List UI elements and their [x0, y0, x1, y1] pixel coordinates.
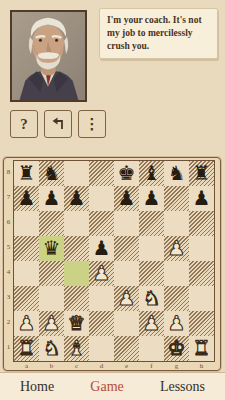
black-pawn-f7: ♟ [139, 186, 164, 211]
square-f1[interactable] [139, 336, 164, 361]
file-label-a: a [14, 362, 39, 371]
square-f5[interactable] [139, 236, 164, 261]
square-a7[interactable]: ♟ [14, 186, 39, 211]
square-g1[interactable]: ♚ [164, 336, 189, 361]
black-queen-b5: ♛ [39, 236, 64, 261]
white-pawn-b2: ♟ [39, 311, 64, 336]
file-label-c: c [64, 362, 89, 371]
square-h3[interactable] [189, 286, 214, 311]
square-f6[interactable] [139, 211, 164, 236]
black-king-e8: ♚ [114, 161, 139, 186]
square-b7[interactable]: ♟ [39, 186, 64, 211]
black-knight-b8: ♞ [39, 161, 64, 186]
help-button[interactable]: ? [10, 110, 38, 138]
square-e2[interactable] [114, 311, 139, 336]
coach-portrait [10, 10, 87, 102]
rank-label-1: 1 [4, 335, 13, 360]
square-b4[interactable] [39, 261, 64, 286]
rank-label-2: 2 [4, 310, 13, 335]
square-c8[interactable] [64, 161, 89, 186]
rank-label-6: 6 [4, 210, 13, 235]
square-a1[interactable]: ♜ [14, 336, 39, 361]
square-f4[interactable] [139, 261, 164, 286]
square-d2[interactable] [89, 311, 114, 336]
square-b6[interactable] [39, 211, 64, 236]
white-rook-h1: ♜ [189, 336, 214, 361]
black-rook-a8: ♜ [14, 161, 39, 186]
square-d3[interactable] [89, 286, 114, 311]
square-d4[interactable]: ♟ [89, 261, 114, 286]
square-g5[interactable]: ♟ [164, 236, 189, 261]
square-d7[interactable] [89, 186, 114, 211]
black-rook-h8: ♜ [189, 161, 214, 186]
square-h1[interactable]: ♜ [189, 336, 214, 361]
square-a6[interactable] [14, 211, 39, 236]
undo-button[interactable] [44, 110, 72, 138]
undo-arrow-icon [50, 116, 66, 132]
square-b3[interactable] [39, 286, 64, 311]
black-pawn-d5: ♟ [89, 236, 114, 261]
square-e4[interactable] [114, 261, 139, 286]
square-e1[interactable] [114, 336, 139, 361]
square-g6[interactable] [164, 211, 189, 236]
nav-lessons[interactable]: Lessons [160, 379, 205, 395]
square-c2[interactable]: ♛ [64, 311, 89, 336]
square-a5[interactable] [14, 236, 39, 261]
white-king-g1: ♚ [164, 336, 189, 361]
rank-label-8: 8 [4, 160, 13, 185]
white-knight-f3: ♞ [139, 286, 164, 311]
file-label-e: e [114, 362, 139, 371]
square-e3[interactable]: ♟ [114, 286, 139, 311]
white-bishop-c1: ♝ [64, 336, 89, 361]
black-pawn-e7: ♟ [114, 186, 139, 211]
file-label-h: h [189, 362, 214, 371]
nav-game[interactable]: Game [90, 379, 123, 395]
square-e7[interactable]: ♟ [114, 186, 139, 211]
black-pawn-h7: ♟ [189, 186, 214, 211]
white-pawn-e3: ♟ [114, 286, 139, 311]
black-bishop-f8: ♝ [139, 161, 164, 186]
square-d1[interactable] [89, 336, 114, 361]
black-pawn-a7: ♟ [14, 186, 39, 211]
chess-board: ♜♞♚♝♞♜♟♟♟♟♟♟♛♟♟♟♟♞♟♟♛♟♟♜♞♝♚♜ [13, 160, 215, 362]
square-c4[interactable] [64, 261, 89, 286]
square-f7[interactable]: ♟ [139, 186, 164, 211]
black-pawn-b7: ♟ [39, 186, 64, 211]
square-f2[interactable]: ♟ [139, 311, 164, 336]
black-pawn-c7: ♟ [64, 186, 89, 211]
square-h4[interactable] [189, 261, 214, 286]
square-b5[interactable]: ♛ [39, 236, 64, 261]
white-pawn-a2: ♟ [14, 311, 39, 336]
rank-label-7: 7 [4, 185, 13, 210]
square-c3[interactable] [64, 286, 89, 311]
bottom-nav: Home Game Lessons [0, 372, 225, 400]
rank-label-3: 3 [4, 285, 13, 310]
square-c5[interactable] [64, 236, 89, 261]
square-a8[interactable]: ♜ [14, 161, 39, 186]
white-pawn-g5: ♟ [164, 236, 189, 261]
white-pawn-d4: ♟ [89, 261, 114, 286]
square-g4[interactable] [164, 261, 189, 286]
coach-portrait-art [12, 12, 85, 100]
square-c6[interactable] [64, 211, 89, 236]
square-e6[interactable] [114, 211, 139, 236]
square-f8[interactable]: ♝ [139, 161, 164, 186]
square-h2[interactable] [189, 311, 214, 336]
square-h8[interactable]: ♜ [189, 161, 214, 186]
square-h7[interactable]: ♟ [189, 186, 214, 211]
square-f3[interactable]: ♞ [139, 286, 164, 311]
square-d8[interactable] [89, 161, 114, 186]
square-c1[interactable]: ♝ [64, 336, 89, 361]
white-queen-c2: ♛ [64, 311, 89, 336]
question-mark-icon: ? [20, 116, 28, 133]
black-knight-g8: ♞ [164, 161, 189, 186]
square-a3[interactable] [14, 286, 39, 311]
square-e8[interactable]: ♚ [114, 161, 139, 186]
square-h6[interactable] [189, 211, 214, 236]
vertical-ellipsis-icon: ⋮ [85, 115, 100, 133]
square-b8[interactable]: ♞ [39, 161, 64, 186]
menu-button[interactable]: ⋮ [78, 110, 106, 138]
square-e5[interactable] [114, 236, 139, 261]
square-c7[interactable]: ♟ [64, 186, 89, 211]
nav-home[interactable]: Home [20, 379, 54, 395]
white-rook-a1: ♜ [14, 336, 39, 361]
file-label-f: f [139, 362, 164, 371]
coach-speech-bubble: I'm your coach. It's not my job to merci… [99, 8, 218, 59]
square-d6[interactable] [89, 211, 114, 236]
square-g8[interactable]: ♞ [164, 161, 189, 186]
square-b2[interactable]: ♟ [39, 311, 64, 336]
white-pawn-f2: ♟ [139, 311, 164, 336]
chess-board-panel: ♜♞♚♝♞♜♟♟♟♟♟♟♛♟♟♟♟♞♟♟♛♟♟♜♞♝♚♜ 87654321 ab… [3, 157, 221, 371]
square-b1[interactable]: ♞ [39, 336, 64, 361]
square-a2[interactable]: ♟ [14, 311, 39, 336]
square-d5[interactable]: ♟ [89, 236, 114, 261]
file-label-g: g [164, 362, 189, 371]
rank-label-4: 4 [4, 260, 13, 285]
rank-label-5: 5 [4, 235, 13, 260]
white-pawn-g2: ♟ [164, 311, 189, 336]
file-label-b: b [39, 362, 64, 371]
white-knight-b1: ♞ [39, 336, 64, 361]
coach-message: I'm your coach. It's not my job to merci… [107, 15, 202, 51]
toolbar: ? ⋮ [10, 110, 106, 138]
square-g2[interactable]: ♟ [164, 311, 189, 336]
square-a4[interactable] [14, 261, 39, 286]
square-h5[interactable] [189, 236, 214, 261]
square-g3[interactable] [164, 286, 189, 311]
file-label-d: d [89, 362, 114, 371]
square-g7[interactable] [164, 186, 189, 211]
